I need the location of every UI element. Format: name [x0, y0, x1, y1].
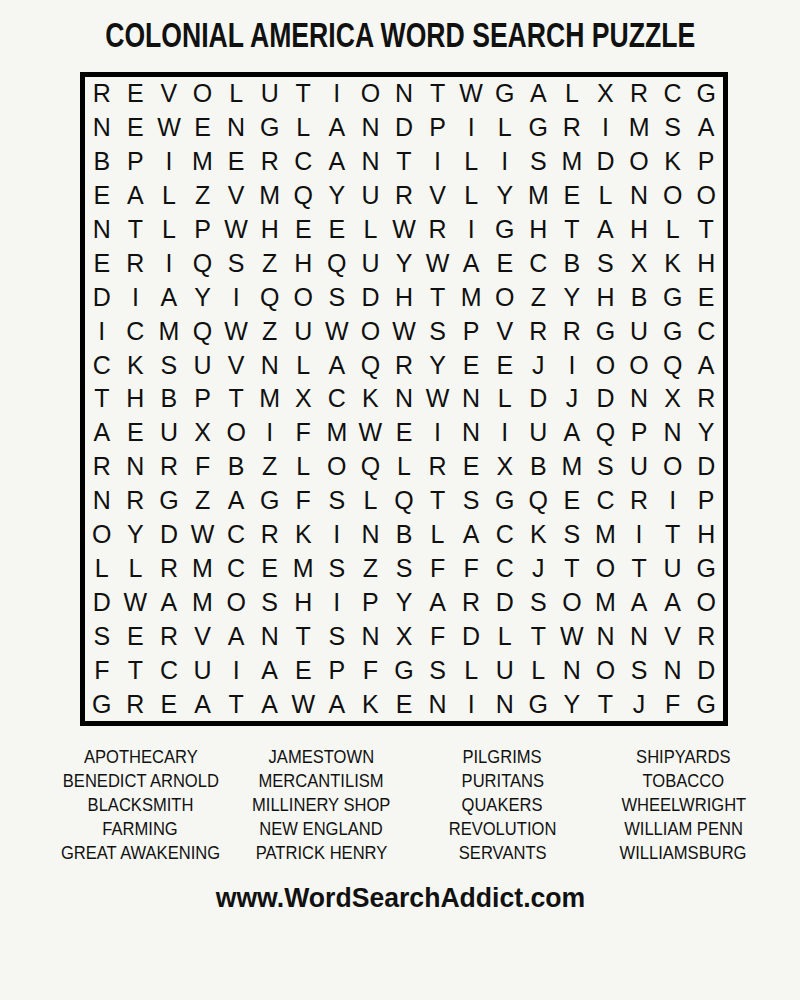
grid-cell[interactable]: N — [622, 179, 656, 213]
grid-cell[interactable]: E — [119, 77, 153, 111]
grid-cell[interactable]: T — [555, 552, 589, 586]
grid-cell[interactable]: S — [589, 246, 623, 280]
grid-cell[interactable]: O — [320, 450, 354, 484]
grid-cell[interactable]: S — [555, 518, 589, 552]
grid-cell[interactable]: P — [186, 213, 220, 247]
grid-cell[interactable]: I — [454, 111, 488, 145]
grid-cell[interactable]: S — [320, 619, 354, 653]
grid-cell[interactable]: E — [286, 213, 320, 247]
grid-cell[interactable]: G — [522, 687, 556, 721]
grid-cell[interactable]: S — [589, 450, 623, 484]
grid-cell[interactable]: I — [320, 518, 354, 552]
grid-cell[interactable]: G — [656, 314, 690, 348]
grid-cell[interactable]: G — [152, 484, 186, 518]
grid-cell[interactable]: E — [119, 111, 153, 145]
grid-cell[interactable]: T — [421, 280, 455, 314]
grid-cell[interactable]: D — [85, 280, 119, 314]
grid-cell[interactable]: N — [85, 484, 119, 518]
grid-cell[interactable]: U — [186, 348, 220, 382]
grid-cell[interactable]: U — [152, 416, 186, 450]
grid-cell[interactable]: P — [689, 484, 723, 518]
grid-cell[interactable]: R — [689, 382, 723, 416]
grid-cell[interactable]: A — [320, 145, 354, 179]
grid-cell[interactable]: Q — [656, 348, 690, 382]
grid-cell[interactable]: X — [387, 619, 421, 653]
grid-cell[interactable]: V — [219, 348, 253, 382]
grid-cell[interactable]: X — [622, 246, 656, 280]
grid-cell[interactable]: W — [286, 687, 320, 721]
grid-cell[interactable]: I — [589, 111, 623, 145]
grid-cell[interactable]: H — [387, 280, 421, 314]
grid-cell[interactable]: I — [488, 145, 522, 179]
grid-cell[interactable]: I — [421, 416, 455, 450]
grid-cell[interactable]: S — [320, 280, 354, 314]
grid-cell[interactable]: K — [119, 348, 153, 382]
grid-cell[interactable]: O — [589, 653, 623, 687]
grid-cell[interactable]: U — [656, 552, 690, 586]
grid-cell[interactable]: F — [186, 450, 220, 484]
grid-cell[interactable]: A — [689, 348, 723, 382]
grid-cell[interactable]: M — [286, 552, 320, 586]
grid-cell[interactable]: N — [85, 213, 119, 247]
grid-cell[interactable]: H — [119, 382, 153, 416]
grid-cell[interactable]: R — [119, 484, 153, 518]
grid-cell[interactable]: W — [354, 416, 388, 450]
grid-cell[interactable]: L — [286, 348, 320, 382]
grid-cell[interactable]: O — [689, 179, 723, 213]
grid-cell[interactable]: Y — [387, 246, 421, 280]
grid-cell[interactable]: S — [320, 484, 354, 518]
grid-cell[interactable]: A — [320, 687, 354, 721]
grid-cell[interactable]: B — [219, 450, 253, 484]
grid-cell[interactable]: Z — [253, 450, 287, 484]
grid-cell[interactable]: T — [589, 687, 623, 721]
grid-cell[interactable]: A — [454, 246, 488, 280]
grid-cell[interactable]: M — [589, 585, 623, 619]
grid-cell[interactable]: M — [253, 179, 287, 213]
grid-cell[interactable]: M — [522, 179, 556, 213]
grid-cell[interactable]: M — [589, 518, 623, 552]
grid-cell[interactable]: J — [522, 348, 556, 382]
grid-cell[interactable]: D — [589, 382, 623, 416]
grid-cell[interactable]: O — [186, 77, 220, 111]
grid-cell[interactable]: T — [421, 77, 455, 111]
grid-cell[interactable]: N — [589, 619, 623, 653]
grid-cell[interactable]: U — [354, 246, 388, 280]
grid-cell[interactable]: L — [656, 213, 690, 247]
grid-cell[interactable]: O — [219, 585, 253, 619]
grid-cell[interactable]: C — [689, 314, 723, 348]
grid-cell[interactable]: M — [253, 382, 287, 416]
grid-cell[interactable]: C — [219, 552, 253, 586]
grid-cell[interactable]: U — [253, 77, 287, 111]
grid-cell[interactable]: N — [656, 653, 690, 687]
grid-cell[interactable]: E — [85, 179, 119, 213]
grid-cell[interactable]: E — [488, 246, 522, 280]
grid-cell[interactable]: Z — [354, 552, 388, 586]
grid-cell[interactable]: T — [219, 687, 253, 721]
grid-cell[interactable]: B — [152, 382, 186, 416]
grid-cell[interactable]: L — [85, 552, 119, 586]
grid-cell[interactable]: I — [119, 280, 153, 314]
grid-cell[interactable]: G — [85, 687, 119, 721]
grid-cell[interactable]: O — [354, 314, 388, 348]
grid-cell[interactable]: T — [622, 552, 656, 586]
grid-cell[interactable]: E — [119, 416, 153, 450]
grid-cell[interactable]: O — [555, 585, 589, 619]
grid-cell[interactable]: W — [219, 314, 253, 348]
grid-cell[interactable]: L — [354, 484, 388, 518]
grid-cell[interactable]: U — [622, 450, 656, 484]
grid-cell[interactable]: T — [689, 213, 723, 247]
grid-cell[interactable]: A — [689, 111, 723, 145]
grid-cell[interactable]: T — [119, 213, 153, 247]
grid-cell[interactable]: Z — [522, 280, 556, 314]
grid-cell[interactable]: N — [354, 111, 388, 145]
grid-cell[interactable]: F — [354, 653, 388, 687]
grid-cell[interactable]: R — [152, 450, 186, 484]
grid-cell[interactable]: G — [689, 77, 723, 111]
grid-cell[interactable]: A — [589, 213, 623, 247]
grid-cell[interactable]: L — [589, 179, 623, 213]
grid-cell[interactable]: W — [119, 585, 153, 619]
grid-cell[interactable]: N — [454, 382, 488, 416]
grid-cell[interactable]: Q — [186, 314, 220, 348]
grid-cell[interactable]: A — [219, 619, 253, 653]
grid-cell[interactable]: T — [656, 518, 690, 552]
grid-cell[interactable]: E — [186, 111, 220, 145]
grid-cell[interactable]: E — [387, 416, 421, 450]
grid-cell[interactable]: D — [454, 619, 488, 653]
grid-cell[interactable]: L — [354, 213, 388, 247]
grid-cell[interactable]: I — [85, 314, 119, 348]
grid-cell[interactable]: S — [622, 653, 656, 687]
grid-cell[interactable]: W — [219, 213, 253, 247]
grid-cell[interactable]: L — [488, 619, 522, 653]
grid-cell[interactable]: H — [622, 213, 656, 247]
grid-cell[interactable]: B — [387, 518, 421, 552]
grid-cell[interactable]: S — [454, 484, 488, 518]
grid-cell[interactable]: E — [454, 450, 488, 484]
grid-cell[interactable]: C — [522, 246, 556, 280]
grid-cell[interactable]: X — [286, 382, 320, 416]
grid-cell[interactable]: A — [454, 518, 488, 552]
grid-cell[interactable]: J — [622, 687, 656, 721]
grid-cell[interactable]: L — [387, 450, 421, 484]
grid-cell[interactable]: U — [522, 416, 556, 450]
grid-cell[interactable]: T — [421, 484, 455, 518]
grid-cell[interactable]: Q — [354, 450, 388, 484]
grid-cell[interactable]: W — [387, 213, 421, 247]
grid-cell[interactable]: T — [219, 382, 253, 416]
grid-cell[interactable]: G — [253, 484, 287, 518]
grid-cell[interactable]: D — [152, 518, 186, 552]
grid-cell[interactable]: S — [253, 585, 287, 619]
grid-cell[interactable]: W — [387, 314, 421, 348]
grid-cell[interactable]: R — [152, 619, 186, 653]
grid-cell[interactable]: I — [219, 653, 253, 687]
grid-cell[interactable]: N — [119, 450, 153, 484]
grid-cell[interactable]: Z — [186, 484, 220, 518]
grid-cell[interactable]: O — [219, 416, 253, 450]
grid-cell[interactable]: A — [219, 484, 253, 518]
grid-cell[interactable]: N — [219, 111, 253, 145]
grid-cell[interactable]: U — [286, 314, 320, 348]
grid-cell[interactable]: S — [85, 619, 119, 653]
grid-cell[interactable]: C — [320, 382, 354, 416]
grid-cell[interactable]: M — [186, 145, 220, 179]
grid-cell[interactable]: D — [85, 585, 119, 619]
grid-cell[interactable]: O — [622, 145, 656, 179]
grid-cell[interactable]: L — [286, 450, 320, 484]
grid-cell[interactable]: R — [522, 314, 556, 348]
grid-cell[interactable]: Z — [186, 179, 220, 213]
grid-cell[interactable]: I — [488, 416, 522, 450]
grid-cell[interactable]: K — [656, 246, 690, 280]
grid-cell[interactable]: D — [589, 145, 623, 179]
grid-cell[interactable]: H — [589, 280, 623, 314]
grid-cell[interactable]: A — [421, 585, 455, 619]
grid-cell[interactable]: O — [286, 280, 320, 314]
grid-cell[interactable]: R — [387, 179, 421, 213]
grid-cell[interactable]: A — [555, 416, 589, 450]
grid-cell[interactable]: P — [119, 145, 153, 179]
grid-cell[interactable]: C — [119, 314, 153, 348]
grid-cell[interactable]: R — [119, 687, 153, 721]
grid-cell[interactable]: E — [152, 687, 186, 721]
grid-cell[interactable]: P — [622, 416, 656, 450]
grid-cell[interactable]: D — [387, 111, 421, 145]
grid-cell[interactable]: R — [555, 111, 589, 145]
grid-cell[interactable]: L — [488, 382, 522, 416]
grid-cell[interactable]: V — [152, 77, 186, 111]
grid-cell[interactable]: S — [387, 552, 421, 586]
grid-cell[interactable]: R — [85, 77, 119, 111]
grid-cell[interactable]: P — [186, 382, 220, 416]
grid-cell[interactable]: I — [454, 213, 488, 247]
grid-cell[interactable]: D — [522, 382, 556, 416]
grid-cell[interactable]: E — [85, 246, 119, 280]
grid-cell[interactable]: P — [421, 111, 455, 145]
grid-cell[interactable]: I — [253, 416, 287, 450]
grid-cell[interactable]: L — [488, 111, 522, 145]
grid-cell[interactable]: A — [152, 585, 186, 619]
grid-cell[interactable]: R — [119, 246, 153, 280]
grid-cell[interactable]: C — [219, 518, 253, 552]
grid-cell[interactable]: G — [656, 280, 690, 314]
grid-cell[interactable]: I — [622, 518, 656, 552]
grid-cell[interactable]: G — [589, 314, 623, 348]
grid-cell[interactable]: R — [689, 619, 723, 653]
grid-cell[interactable]: H — [689, 246, 723, 280]
grid-cell[interactable]: B — [85, 145, 119, 179]
grid-cell[interactable]: A — [119, 179, 153, 213]
grid-cell[interactable]: R — [387, 348, 421, 382]
grid-cell[interactable]: U — [186, 653, 220, 687]
grid-cell[interactable]: Y — [186, 280, 220, 314]
grid-cell[interactable]: R — [622, 484, 656, 518]
grid-cell[interactable]: F — [286, 416, 320, 450]
grid-cell[interactable]: B — [622, 280, 656, 314]
grid-cell[interactable]: T — [286, 77, 320, 111]
grid-cell[interactable]: I — [152, 246, 186, 280]
grid-cell[interactable]: G — [488, 77, 522, 111]
grid-cell[interactable]: I — [320, 77, 354, 111]
grid-cell[interactable]: Q — [387, 484, 421, 518]
grid-cell[interactable]: R — [421, 213, 455, 247]
grid-cell[interactable]: Y — [555, 687, 589, 721]
grid-cell[interactable]: G — [387, 653, 421, 687]
grid-cell[interactable]: V — [421, 179, 455, 213]
grid-cell[interactable]: E — [555, 179, 589, 213]
grid-cell[interactable]: F — [421, 552, 455, 586]
grid-cell[interactable]: C — [488, 552, 522, 586]
grid-cell[interactable]: Q — [522, 484, 556, 518]
grid-cell[interactable]: I — [454, 687, 488, 721]
grid-cell[interactable]: C — [85, 348, 119, 382]
grid-cell[interactable]: C — [656, 77, 690, 111]
grid-cell[interactable]: X — [186, 416, 220, 450]
grid-cell[interactable]: Z — [253, 246, 287, 280]
grid-cell[interactable]: N — [85, 111, 119, 145]
grid-cell[interactable]: J — [555, 382, 589, 416]
grid-cell[interactable]: N — [421, 687, 455, 721]
grid-cell[interactable]: O — [689, 585, 723, 619]
grid-cell[interactable]: R — [555, 314, 589, 348]
grid-cell[interactable]: T — [555, 213, 589, 247]
grid-cell[interactable]: O — [589, 348, 623, 382]
grid-cell[interactable]: F — [421, 619, 455, 653]
grid-cell[interactable]: M — [555, 450, 589, 484]
grid-cell[interactable]: J — [522, 552, 556, 586]
grid-cell[interactable]: A — [320, 111, 354, 145]
grid-cell[interactable]: R — [454, 585, 488, 619]
grid-cell[interactable]: A — [522, 77, 556, 111]
grid-cell[interactable]: M — [186, 552, 220, 586]
grid-cell[interactable]: L — [555, 77, 589, 111]
grid-cell[interactable]: N — [622, 382, 656, 416]
grid-cell[interactable]: Y — [421, 348, 455, 382]
grid-cell[interactable]: Y — [689, 416, 723, 450]
grid-cell[interactable]: R — [253, 518, 287, 552]
grid-cell[interactable]: H — [689, 518, 723, 552]
grid-cell[interactable]: R — [421, 450, 455, 484]
grid-cell[interactable]: N — [387, 382, 421, 416]
grid-cell[interactable]: L — [286, 111, 320, 145]
grid-cell[interactable]: B — [555, 246, 589, 280]
grid-cell[interactable]: H — [522, 213, 556, 247]
grid-cell[interactable]: R — [253, 145, 287, 179]
grid-cell[interactable]: L — [152, 179, 186, 213]
grid-cell[interactable]: U — [622, 314, 656, 348]
grid-cell[interactable]: W — [555, 619, 589, 653]
grid-cell[interactable]: A — [320, 348, 354, 382]
grid-cell[interactable]: M — [622, 111, 656, 145]
grid-cell[interactable]: S — [421, 314, 455, 348]
grid-cell[interactable]: S — [656, 111, 690, 145]
grid-cell[interactable]: E — [219, 145, 253, 179]
grid-cell[interactable]: Q — [253, 280, 287, 314]
grid-cell[interactable]: W — [454, 77, 488, 111]
grid-cell[interactable]: T — [286, 619, 320, 653]
grid-cell[interactable]: O — [656, 450, 690, 484]
grid-cell[interactable]: T — [387, 145, 421, 179]
grid-cell[interactable]: A — [253, 687, 287, 721]
grid-cell[interactable]: O — [488, 280, 522, 314]
grid-cell[interactable]: I — [421, 145, 455, 179]
grid-cell[interactable]: F — [286, 484, 320, 518]
grid-cell[interactable]: A — [186, 687, 220, 721]
grid-cell[interactable]: V — [488, 314, 522, 348]
grid-cell[interactable]: A — [152, 280, 186, 314]
grid-cell[interactable]: D — [689, 450, 723, 484]
grid-cell[interactable]: H — [253, 213, 287, 247]
grid-cell[interactable]: G — [522, 111, 556, 145]
grid-cell[interactable]: V — [219, 179, 253, 213]
grid-cell[interactable]: X — [589, 77, 623, 111]
grid-cell[interactable]: U — [354, 179, 388, 213]
grid-cell[interactable]: M — [152, 314, 186, 348]
grid-cell[interactable]: G — [253, 111, 287, 145]
grid-cell[interactable]: E — [286, 653, 320, 687]
grid-cell[interactable]: L — [119, 552, 153, 586]
grid-cell[interactable]: T — [119, 653, 153, 687]
grid-cell[interactable]: L — [454, 179, 488, 213]
grid-cell[interactable]: N — [354, 145, 388, 179]
grid-cell[interactable]: W — [186, 518, 220, 552]
grid-cell[interactable]: E — [253, 552, 287, 586]
grid-cell[interactable]: P — [689, 145, 723, 179]
grid-cell[interactable]: S — [320, 552, 354, 586]
grid-cell[interactable]: V — [656, 619, 690, 653]
grid-cell[interactable]: I — [656, 484, 690, 518]
grid-cell[interactable]: T — [85, 382, 119, 416]
grid-cell[interactable]: S — [421, 653, 455, 687]
grid-cell[interactable]: W — [320, 314, 354, 348]
grid-cell[interactable]: G — [689, 687, 723, 721]
grid-cell[interactable]: Y — [387, 585, 421, 619]
grid-cell[interactable]: O — [589, 552, 623, 586]
grid-cell[interactable]: N — [387, 77, 421, 111]
grid-cell[interactable]: U — [488, 653, 522, 687]
grid-cell[interactable]: A — [656, 585, 690, 619]
grid-cell[interactable]: L — [152, 213, 186, 247]
grid-cell[interactable]: N — [555, 653, 589, 687]
grid-cell[interactable]: E — [387, 687, 421, 721]
grid-cell[interactable]: M — [454, 280, 488, 314]
grid-cell[interactable]: M — [186, 585, 220, 619]
grid-cell[interactable]: G — [488, 213, 522, 247]
grid-cell[interactable]: R — [152, 552, 186, 586]
grid-cell[interactable]: Y — [488, 179, 522, 213]
grid-cell[interactable]: A — [253, 653, 287, 687]
grid-cell[interactable]: A — [622, 585, 656, 619]
grid-cell[interactable]: D — [689, 653, 723, 687]
grid-cell[interactable]: H — [286, 246, 320, 280]
grid-cell[interactable]: K — [354, 687, 388, 721]
grid-cell[interactable]: E — [488, 348, 522, 382]
grid-cell[interactable]: C — [488, 518, 522, 552]
grid-cell[interactable]: P — [354, 585, 388, 619]
grid-cell[interactable]: C — [152, 653, 186, 687]
grid-cell[interactable]: Y — [119, 518, 153, 552]
grid-cell[interactable]: M — [555, 145, 589, 179]
grid-cell[interactable]: Y — [320, 179, 354, 213]
grid-cell[interactable]: K — [522, 518, 556, 552]
grid-cell[interactable]: O — [85, 518, 119, 552]
grid-cell[interactable]: X — [656, 382, 690, 416]
grid-cell[interactable]: N — [253, 619, 287, 653]
